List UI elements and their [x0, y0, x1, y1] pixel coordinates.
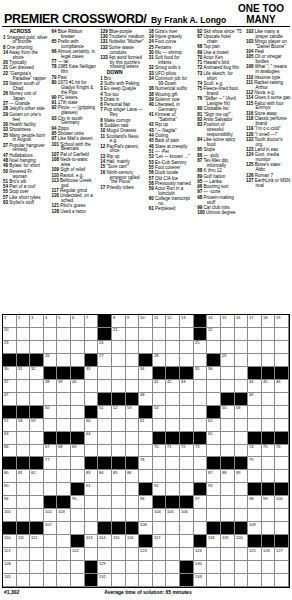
grid-cell[interactable] [17, 561, 31, 574]
grid-cell[interactable] [248, 328, 262, 341]
grid-cell[interactable] [112, 548, 126, 561]
grid-cell[interactable]: 23 [3, 341, 17, 354]
grid-cell[interactable] [71, 509, 85, 522]
grid-cell[interactable]: 80 [3, 470, 17, 483]
grid-cell[interactable]: 65 [207, 432, 221, 445]
grid-cell[interactable] [166, 406, 180, 419]
grid-cell[interactable] [71, 419, 85, 432]
grid-cell[interactable] [44, 483, 58, 496]
grid-cell[interactable]: 120 [235, 535, 249, 548]
grid-cell[interactable]: 14 [207, 315, 221, 328]
grid-cell[interactable]: 119 [221, 535, 235, 548]
grid-cell[interactable]: 28 [153, 354, 167, 367]
grid-cell[interactable] [180, 328, 194, 341]
grid-cell[interactable]: 79 [248, 457, 262, 470]
grid-cell[interactable] [166, 354, 180, 367]
grid-cell[interactable] [275, 522, 289, 535]
grid-cell[interactable] [275, 406, 289, 419]
grid-cell[interactable] [248, 341, 262, 354]
grid-cell[interactable] [180, 457, 194, 470]
grid-cell[interactable] [180, 393, 194, 406]
grid-cell[interactable]: 31 [17, 367, 31, 380]
grid-cell[interactable] [153, 419, 167, 432]
grid-cell[interactable] [194, 457, 208, 470]
grid-cell[interactable] [166, 574, 180, 587]
grid-cell[interactable] [71, 406, 85, 419]
grid-cell[interactable] [112, 509, 126, 522]
grid-cell[interactable]: 16 [235, 315, 249, 328]
grid-cell[interactable] [30, 496, 44, 509]
grid-cell[interactable] [126, 354, 140, 367]
grid-cell[interactable] [126, 483, 140, 496]
grid-cell[interactable] [57, 457, 71, 470]
grid-cell[interactable] [57, 470, 71, 483]
grid-cell[interactable] [275, 457, 289, 470]
grid-cell[interactable]: 36 [207, 367, 221, 380]
grid-cell[interactable] [207, 509, 221, 522]
grid-cell[interactable]: 43 [180, 380, 194, 393]
grid-cell[interactable] [275, 328, 289, 341]
grid-cell[interactable]: 86 [126, 470, 140, 483]
grid-cell[interactable] [221, 496, 235, 509]
grid-cell[interactable]: 78 [139, 457, 153, 470]
grid-cell[interactable]: 123 [139, 548, 153, 561]
grid-cell[interactable]: 64 [85, 432, 99, 445]
grid-cell[interactable]: 111 [17, 535, 31, 548]
grid-cell[interactable] [235, 432, 249, 445]
grid-cell[interactable] [57, 419, 71, 432]
grid-cell[interactable] [112, 419, 126, 432]
grid-cell[interactable] [57, 561, 71, 574]
grid-cell[interactable]: 5 [57, 315, 71, 328]
grid-cell[interactable]: 82 [30, 470, 44, 483]
grid-cell[interactable]: 42 [166, 380, 180, 393]
grid-cell[interactable] [166, 548, 180, 561]
grid-cell[interactable] [85, 522, 99, 535]
grid-cell[interactable]: 1 [3, 315, 17, 328]
grid-cell[interactable] [126, 496, 140, 509]
grid-cell[interactable] [166, 393, 180, 406]
grid-cell[interactable]: 115 [112, 535, 126, 548]
grid-cell[interactable] [275, 509, 289, 522]
grid-cell[interactable] [248, 574, 262, 587]
grid-cell[interactable]: 7 [85, 315, 99, 328]
grid-cell[interactable] [85, 445, 99, 458]
grid-cell[interactable]: 6 [71, 315, 85, 328]
grid-cell[interactable] [166, 470, 180, 483]
grid-cell[interactable]: 25 [194, 341, 208, 354]
grid-cell[interactable] [98, 445, 112, 458]
grid-cell[interactable] [44, 548, 58, 561]
grid-cell[interactable] [71, 522, 85, 535]
grid-cell[interactable] [17, 432, 31, 445]
grid-cell[interactable] [17, 380, 31, 393]
grid-cell[interactable]: 117 [153, 535, 167, 548]
grid-cell[interactable]: 130 [194, 561, 208, 574]
grid-cell[interactable]: 24 [98, 341, 112, 354]
grid-cell[interactable] [112, 496, 126, 509]
grid-cell[interactable]: 56 [235, 406, 249, 419]
grid-cell[interactable] [30, 328, 44, 341]
grid-cell[interactable]: 60 [85, 419, 99, 432]
grid-cell[interactable]: 88 [221, 470, 235, 483]
grid-cell[interactable]: 76 [275, 445, 289, 458]
grid-cell[interactable] [139, 380, 153, 393]
grid-cell[interactable] [44, 470, 58, 483]
grid-cell[interactable] [194, 380, 208, 393]
grid-cell[interactable]: 47 [3, 393, 17, 406]
grid-cell[interactable]: 113 [85, 535, 99, 548]
grid-cell[interactable] [71, 341, 85, 354]
grid-cell[interactable]: 22 [207, 328, 221, 341]
grid-cell[interactable] [153, 548, 167, 561]
grid-cell[interactable] [180, 419, 194, 432]
grid-cell[interactable]: 41 [153, 380, 167, 393]
grid-cell[interactable] [248, 470, 262, 483]
grid-cell[interactable]: 61 [139, 419, 153, 432]
grid-cell[interactable]: 116 [126, 535, 140, 548]
grid-cell[interactable] [17, 445, 31, 458]
grid-cell[interactable] [57, 548, 71, 561]
grid-cell[interactable] [139, 445, 153, 458]
grid-cell[interactable] [139, 509, 153, 522]
grid-cell[interactable]: 72 [180, 445, 194, 458]
grid-cell[interactable] [30, 432, 44, 445]
grid-cell[interactable] [248, 354, 262, 367]
grid-cell[interactable]: 108 [139, 522, 153, 535]
grid-cell[interactable]: 128 [3, 561, 17, 574]
grid-cell[interactable]: 131 [3, 574, 17, 587]
grid-cell[interactable] [180, 341, 194, 354]
grid-cell[interactable] [57, 393, 71, 406]
grid-cell[interactable] [85, 496, 99, 509]
grid-cell[interactable] [262, 457, 276, 470]
grid-cell[interactable] [207, 548, 221, 561]
grid-cell[interactable] [166, 483, 180, 496]
grid-cell[interactable]: 11 [153, 315, 167, 328]
grid-cell[interactable]: 122 [71, 548, 85, 561]
grid-cell[interactable] [30, 561, 44, 574]
grid-cell[interactable] [57, 483, 71, 496]
grid-cell[interactable] [30, 341, 44, 354]
grid-cell[interactable] [44, 561, 58, 574]
grid-cell[interactable] [194, 470, 208, 483]
grid-cell[interactable]: 9 [126, 315, 140, 328]
grid-cell[interactable]: 52 [112, 406, 126, 419]
grid-cell[interactable]: 34 [139, 367, 153, 380]
grid-cell[interactable] [262, 328, 276, 341]
grid-cell[interactable] [71, 354, 85, 367]
grid-cell[interactable] [262, 354, 276, 367]
grid-cell[interactable] [221, 483, 235, 496]
grid-cell[interactable] [153, 328, 167, 341]
grid-cell[interactable] [17, 341, 31, 354]
grid-cell[interactable] [166, 522, 180, 535]
grid-cell[interactable] [235, 354, 249, 367]
grid-cell[interactable] [221, 367, 235, 380]
grid-cell[interactable] [71, 470, 85, 483]
grid-cell[interactable] [126, 328, 140, 341]
grid-cell[interactable]: 17 [248, 315, 262, 328]
grid-cell[interactable]: 21 [112, 328, 126, 341]
grid-cell[interactable] [112, 380, 126, 393]
grid-cell[interactable] [235, 574, 249, 587]
grid-cell[interactable] [180, 483, 194, 496]
grid-cell[interactable] [221, 548, 235, 561]
grid-cell[interactable]: 40 [71, 380, 85, 393]
grid-cell[interactable] [262, 561, 276, 574]
grid-cell[interactable]: 58 [17, 419, 31, 432]
grid-cell[interactable] [98, 380, 112, 393]
grid-cell[interactable]: 49 [248, 393, 262, 406]
grid-cell[interactable] [235, 341, 249, 354]
grid-cell[interactable] [85, 341, 99, 354]
grid-cell[interactable] [139, 561, 153, 574]
grid-cell[interactable] [139, 470, 153, 483]
grid-cell[interactable] [30, 393, 44, 406]
grid-cell[interactable] [194, 354, 208, 367]
grid-cell[interactable] [235, 367, 249, 380]
grid-cell[interactable]: 57 [3, 419, 17, 432]
grid-cell[interactable] [207, 393, 221, 406]
grid-cell[interactable]: 106 [180, 509, 194, 522]
grid-cell[interactable] [207, 561, 221, 574]
grid-cell[interactable] [207, 445, 221, 458]
grid-cell[interactable]: 71 [166, 445, 180, 458]
grid-cell[interactable] [126, 341, 140, 354]
grid-cell[interactable]: 110 [3, 535, 17, 548]
grid-cell[interactable] [262, 406, 276, 419]
grid-cell[interactable]: 10 [139, 315, 153, 328]
grid-cell[interactable] [17, 393, 31, 406]
grid-cell[interactable]: 35 [194, 367, 208, 380]
grid-cell[interactable] [166, 419, 180, 432]
grid-cell[interactable] [30, 548, 44, 561]
grid-cell[interactable]: 12 [166, 315, 180, 328]
grid-cell[interactable] [126, 574, 140, 587]
grid-cell[interactable] [126, 367, 140, 380]
grid-cell[interactable] [30, 445, 44, 458]
grid-cell[interactable] [153, 574, 167, 587]
grid-cell[interactable]: 54 [153, 406, 167, 419]
grid-cell[interactable] [262, 470, 276, 483]
grid-cell[interactable] [235, 419, 249, 432]
grid-cell[interactable] [166, 341, 180, 354]
grid-cell[interactable]: 27 [98, 354, 112, 367]
grid-cell[interactable] [153, 341, 167, 354]
grid-cell[interactable]: 126 [262, 548, 276, 561]
grid-cell[interactable]: 91 [85, 483, 99, 496]
grid-cell[interactable]: 44 [248, 380, 262, 393]
grid-cell[interactable]: 73 [194, 445, 208, 458]
grid-cell[interactable]: 66 [3, 445, 17, 458]
grid-cell[interactable]: 70 [153, 445, 167, 458]
grid-cell[interactable] [262, 509, 276, 522]
grid-cell[interactable]: 98 [248, 496, 262, 509]
grid-cell[interactable] [221, 419, 235, 432]
grid-cell[interactable] [71, 328, 85, 341]
grid-cell[interactable] [153, 393, 167, 406]
grid-cell[interactable]: 55 [221, 406, 235, 419]
grid-cell[interactable] [17, 548, 31, 561]
grid-cell[interactable] [85, 509, 99, 522]
grid-cell[interactable] [126, 561, 140, 574]
grid-cell[interactable] [180, 406, 194, 419]
grid-cell[interactable]: 75 [262, 445, 276, 458]
grid-cell[interactable]: 38 [44, 380, 58, 393]
grid-cell[interactable] [275, 419, 289, 432]
grid-cell[interactable] [180, 470, 194, 483]
grid-cell[interactable] [98, 509, 112, 522]
grid-cell[interactable] [98, 367, 112, 380]
grid-cell[interactable] [235, 380, 249, 393]
grid-cell[interactable]: 100 [275, 496, 289, 509]
grid-cell[interactable]: 67 [44, 445, 58, 458]
grid-cell[interactable] [275, 470, 289, 483]
grid-cell[interactable] [44, 393, 58, 406]
grid-cell[interactable]: 118 [207, 535, 221, 548]
grid-cell[interactable]: 8 [112, 315, 126, 328]
grid-cell[interactable] [44, 341, 58, 354]
grid-cell[interactable] [17, 328, 31, 341]
grid-cell[interactable]: 2 [17, 315, 31, 328]
grid-cell[interactable] [57, 341, 71, 354]
grid-cell[interactable]: 89 [235, 470, 249, 483]
grid-cell[interactable]: 69 [71, 445, 85, 458]
grid-cell[interactable] [194, 406, 208, 419]
grid-cell[interactable]: 32 [30, 367, 44, 380]
grid-cell[interactable]: 68 [57, 445, 71, 458]
grid-cell[interactable]: 114 [98, 535, 112, 548]
grid-cell[interactable]: 102 [44, 509, 58, 522]
grid-cell[interactable] [194, 393, 208, 406]
grid-cell[interactable] [98, 419, 112, 432]
grid-cell[interactable] [126, 432, 140, 445]
grid-cell[interactable] [112, 574, 126, 587]
grid-cell[interactable] [71, 574, 85, 587]
grid-cell[interactable]: 94 [3, 496, 17, 509]
grid-cell[interactable] [275, 393, 289, 406]
grid-cell[interactable] [112, 561, 126, 574]
grid-cell[interactable]: 96 [139, 496, 153, 509]
grid-cell[interactable] [275, 561, 289, 574]
grid-cell[interactable]: 87 [207, 470, 221, 483]
grid-cell[interactable]: 129 [98, 561, 112, 574]
grid-cell[interactable]: 3 [30, 315, 44, 328]
grid-cell[interactable] [235, 496, 249, 509]
grid-cell[interactable] [235, 509, 249, 522]
grid-cell[interactable] [153, 470, 167, 483]
grid-cell[interactable]: 63 [3, 432, 17, 445]
grid-cell[interactable] [98, 432, 112, 445]
grid-cell[interactable] [275, 354, 289, 367]
grid-cell[interactable]: 133 [194, 574, 208, 587]
grid-cell[interactable]: 13 [180, 315, 194, 328]
grid-cell[interactable] [194, 419, 208, 432]
grid-cell[interactable] [139, 574, 153, 587]
grid-cell[interactable] [221, 380, 235, 393]
grid-cell[interactable] [112, 445, 126, 458]
grid-cell[interactable] [235, 561, 249, 574]
grid-cell[interactable]: 97 [194, 496, 208, 509]
grid-cell[interactable]: 50 [44, 406, 58, 419]
grid-cell[interactable]: 103 [57, 509, 71, 522]
grid-cell[interactable] [98, 496, 112, 509]
grid-cell[interactable]: 19 [275, 315, 289, 328]
grid-cell[interactable] [180, 522, 194, 535]
grid-cell[interactable] [44, 419, 58, 432]
grid-cell[interactable] [17, 483, 31, 496]
grid-cell[interactable] [275, 341, 289, 354]
grid-cell[interactable] [57, 328, 71, 341]
grid-cell[interactable] [221, 509, 235, 522]
grid-cell[interactable] [98, 548, 112, 561]
grid-cell[interactable] [126, 445, 140, 458]
grid-cell[interactable] [153, 457, 167, 470]
grid-cell[interactable] [194, 509, 208, 522]
grid-cell[interactable]: 125 [248, 548, 262, 561]
grid-cell[interactable] [221, 561, 235, 574]
grid-cell[interactable] [17, 496, 31, 509]
grid-cell[interactable] [30, 483, 44, 496]
grid-cell[interactable]: 104 [153, 509, 167, 522]
grid-cell[interactable] [85, 328, 99, 341]
grid-cell[interactable]: 132 [98, 574, 112, 587]
grid-cell[interactable] [30, 509, 44, 522]
grid-cell[interactable] [126, 548, 140, 561]
grid-cell[interactable] [262, 419, 276, 432]
grid-cell[interactable]: 90 [3, 483, 17, 496]
grid-cell[interactable] [139, 328, 153, 341]
grid-cell[interactable]: 109 [248, 522, 262, 535]
grid-cell[interactable] [57, 522, 71, 535]
grid-cell[interactable]: 26 [44, 354, 58, 367]
grid-cell[interactable]: 83 [85, 470, 99, 483]
grid-cell[interactable]: 53 [126, 406, 140, 419]
grid-cell[interactable] [180, 535, 194, 548]
grid-cell[interactable] [44, 535, 58, 548]
grid-cell[interactable]: 107 [44, 522, 58, 535]
grid-cell[interactable]: 92 [153, 483, 167, 496]
grid-cell[interactable]: 15 [221, 315, 235, 328]
grid-cell[interactable] [248, 419, 262, 432]
grid-cell[interactable] [262, 574, 276, 587]
grid-cell[interactable] [71, 561, 85, 574]
grid-cell[interactable] [166, 535, 180, 548]
grid-cell[interactable]: 99 [262, 496, 276, 509]
grid-cell[interactable]: 101 [3, 509, 17, 522]
grid-cell[interactable]: 4 [44, 315, 58, 328]
grid-cell[interactable] [221, 445, 235, 458]
grid-cell[interactable]: 121 [3, 548, 17, 561]
grid-cell[interactable]: 62 [207, 419, 221, 432]
grid-cell[interactable]: 48 [139, 393, 153, 406]
grid-cell[interactable]: 93 [207, 483, 221, 496]
grid-cell[interactable]: 74 [248, 445, 262, 458]
grid-cell[interactable] [180, 354, 194, 367]
grid-cell[interactable] [221, 432, 235, 445]
grid-cell[interactable] [17, 574, 31, 587]
grid-cell[interactable]: 29 [221, 354, 235, 367]
grid-cell[interactable] [166, 561, 180, 574]
grid-cell[interactable]: 77 [44, 457, 58, 470]
grid-cell[interactable] [235, 445, 249, 458]
grid-cell[interactable] [248, 561, 262, 574]
grid-cell[interactable] [275, 574, 289, 587]
grid-cell[interactable] [153, 522, 167, 535]
grid-cell[interactable] [139, 341, 153, 354]
grid-cell[interactable] [112, 354, 126, 367]
